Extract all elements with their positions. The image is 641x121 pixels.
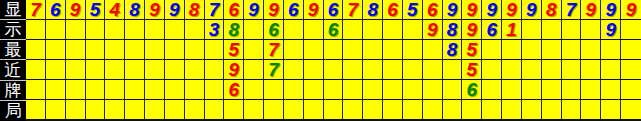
title-char: 最 — [0, 40, 26, 60]
result-cell-r2c23: 9 — [462, 20, 482, 40]
empty-cell — [324, 100, 344, 120]
empty-cell — [403, 20, 423, 40]
result-cell-r1c7: 9 — [145, 0, 165, 20]
empty-cell — [185, 20, 205, 40]
result-cell-r1c6: 8 — [125, 0, 145, 20]
result-cell-r1c23: 9 — [462, 0, 482, 20]
title-char: 显 — [0, 0, 26, 20]
empty-cell — [125, 40, 145, 60]
empty-cell — [324, 80, 344, 100]
empty-cell — [581, 40, 601, 60]
title-char: 示 — [0, 20, 26, 40]
result-cell-r1c26: 9 — [522, 0, 542, 20]
empty-cell — [383, 20, 403, 40]
empty-cell — [621, 60, 641, 80]
empty-cell — [125, 100, 145, 120]
empty-cell — [542, 60, 562, 80]
result-cell-r2c11: 8 — [224, 20, 244, 40]
empty-cell — [423, 80, 443, 100]
empty-cell — [165, 80, 185, 100]
empty-cell — [46, 100, 66, 120]
empty-cell — [304, 60, 324, 80]
result-cell-r4c13: 7 — [264, 60, 284, 80]
empty-cell — [383, 60, 403, 80]
empty-cell — [363, 40, 383, 60]
empty-cell — [105, 40, 125, 60]
empty-cell — [284, 40, 304, 60]
empty-cell — [482, 60, 502, 80]
empty-cell — [562, 40, 582, 60]
result-cell-r1c24: 9 — [482, 0, 502, 20]
empty-cell — [284, 20, 304, 40]
result-cell-r1c18: 8 — [363, 0, 383, 20]
empty-cell — [26, 80, 46, 100]
empty-cell — [304, 20, 324, 40]
result-cell-r1c22: 9 — [443, 0, 463, 20]
empty-cell — [562, 20, 582, 40]
empty-cell — [244, 60, 264, 80]
result-cell-r3c23: 5 — [462, 40, 482, 60]
empty-cell — [284, 100, 304, 120]
result-cell-r1c28: 7 — [562, 0, 582, 20]
empty-cell — [522, 40, 542, 60]
empty-cell — [502, 100, 522, 120]
result-cell-r1c29: 9 — [581, 0, 601, 20]
result-cell-r1c13: 9 — [264, 0, 284, 20]
empty-cell — [462, 100, 482, 120]
result-cell-r1c17: 7 — [343, 0, 363, 20]
result-cell-r3c13: 7 — [264, 40, 284, 60]
empty-cell — [185, 80, 205, 100]
empty-cell — [542, 100, 562, 120]
empty-cell — [343, 60, 363, 80]
empty-cell — [581, 80, 601, 100]
result-cell-r1c20: 5 — [403, 0, 423, 20]
result-cell-r1c8: 9 — [165, 0, 185, 20]
result-cell-r1c14: 6 — [284, 0, 304, 20]
empty-cell — [304, 100, 324, 120]
empty-cell — [621, 100, 641, 120]
empty-cell — [86, 40, 106, 60]
empty-cell — [403, 80, 423, 100]
title-char: 近 — [0, 60, 26, 80]
empty-cell — [423, 60, 443, 80]
result-cell-r1c1: 7 — [26, 0, 46, 20]
result-cell-r2c24: 6 — [482, 20, 502, 40]
result-cell-r2c30: 9 — [601, 20, 621, 40]
empty-cell — [66, 60, 86, 80]
empty-cell — [324, 60, 344, 80]
result-cell-r1c2: 6 — [46, 0, 66, 20]
empty-cell — [165, 100, 185, 120]
result-cell-r1c16: 6 — [324, 0, 344, 20]
empty-cell — [304, 80, 324, 100]
empty-cell — [165, 20, 185, 40]
empty-cell — [165, 60, 185, 80]
empty-cell — [105, 100, 125, 120]
empty-cell — [363, 80, 383, 100]
empty-cell — [403, 60, 423, 80]
empty-cell — [205, 80, 225, 100]
title-char: 牌 — [0, 81, 26, 101]
empty-cell — [343, 40, 363, 60]
empty-cell — [105, 80, 125, 100]
empty-cell — [145, 80, 165, 100]
empty-cell — [145, 100, 165, 120]
result-cell-r2c22: 8 — [443, 20, 463, 40]
empty-cell — [46, 60, 66, 80]
empty-cell — [264, 100, 284, 120]
empty-cell — [502, 60, 522, 80]
empty-cell — [105, 20, 125, 40]
empty-cell — [205, 60, 225, 80]
empty-cell — [542, 20, 562, 40]
empty-cell — [304, 40, 324, 60]
empty-cell — [284, 60, 304, 80]
empty-cell — [264, 80, 284, 100]
empty-cell — [66, 80, 86, 100]
empty-cell — [66, 100, 86, 120]
empty-cell — [165, 40, 185, 60]
empty-cell — [621, 80, 641, 100]
empty-cell — [363, 100, 383, 120]
empty-cell — [145, 60, 165, 80]
empty-cell — [383, 80, 403, 100]
result-cell-r1c15: 9 — [304, 0, 324, 20]
empty-cell — [621, 20, 641, 40]
empty-cell — [26, 20, 46, 40]
result-cell-r1c9: 8 — [185, 0, 205, 20]
empty-cell — [482, 100, 502, 120]
empty-cell — [145, 20, 165, 40]
empty-cell — [86, 20, 106, 40]
empty-cell — [581, 100, 601, 120]
result-cell-r1c11: 6 — [224, 0, 244, 20]
empty-cell — [423, 40, 443, 60]
empty-cell — [145, 40, 165, 60]
empty-cell — [185, 40, 205, 60]
empty-cell — [125, 60, 145, 80]
empty-cell — [284, 80, 304, 100]
empty-cell — [46, 40, 66, 60]
result-cell-r1c21: 6 — [423, 0, 443, 20]
result-cell-r4c11: 9 — [224, 60, 244, 80]
empty-cell — [601, 80, 621, 100]
empty-cell — [443, 60, 463, 80]
empty-cell — [621, 40, 641, 60]
empty-cell — [343, 100, 363, 120]
empty-cell — [403, 40, 423, 60]
empty-cell — [562, 100, 582, 120]
empty-cell — [224, 100, 244, 120]
result-cell-r3c22: 8 — [443, 40, 463, 60]
result-cell-r2c25: 1 — [502, 20, 522, 40]
empty-cell — [66, 20, 86, 40]
empty-cell — [46, 80, 66, 100]
result-cell-r1c12: 9 — [244, 0, 264, 20]
empty-cell — [86, 60, 106, 80]
result-cell-r1c10: 7 — [205, 0, 225, 20]
empty-cell — [581, 60, 601, 80]
result-cell-r1c4: 5 — [86, 0, 106, 20]
empty-cell — [502, 40, 522, 60]
empty-cell — [542, 80, 562, 100]
empty-cell — [66, 40, 86, 60]
result-cell-r5c23: 6 — [462, 80, 482, 100]
empty-cell — [601, 40, 621, 60]
empty-cell — [383, 100, 403, 120]
empty-cell — [562, 60, 582, 80]
recent-results-board: 显示最近牌局 769548998769969678656999998799938… — [0, 0, 641, 121]
result-cell-r1c27: 8 — [542, 0, 562, 20]
empty-cell — [502, 80, 522, 100]
empty-cell — [443, 100, 463, 120]
empty-cell — [86, 100, 106, 120]
result-cell-r2c16: 6 — [324, 20, 344, 40]
result-cell-r1c19: 6 — [383, 0, 403, 20]
empty-cell — [522, 60, 542, 80]
board-title-vertical-label: 显示最近牌局 — [0, 0, 26, 121]
empty-cell — [26, 60, 46, 80]
empty-cell — [244, 80, 264, 100]
empty-cell — [423, 100, 443, 120]
empty-cell — [443, 80, 463, 100]
result-cell-r1c5: 4 — [105, 0, 125, 20]
empty-cell — [205, 100, 225, 120]
empty-cell — [581, 20, 601, 40]
result-cell-r2c21: 9 — [423, 20, 443, 40]
empty-cell — [244, 20, 264, 40]
title-char: 局 — [0, 101, 26, 121]
result-cell-r4c23: 5 — [462, 60, 482, 80]
empty-cell — [185, 100, 205, 120]
empty-cell — [185, 60, 205, 80]
empty-cell — [601, 100, 621, 120]
empty-cell — [363, 20, 383, 40]
empty-cell — [343, 80, 363, 100]
empty-cell — [46, 20, 66, 40]
result-cell-r5c11: 6 — [224, 80, 244, 100]
empty-cell — [125, 20, 145, 40]
empty-cell — [482, 40, 502, 60]
empty-cell — [86, 80, 106, 100]
result-cell-r2c10: 3 — [205, 20, 225, 40]
empty-cell — [363, 60, 383, 80]
empty-cell — [324, 40, 344, 60]
result-cell-r1c3: 9 — [66, 0, 86, 20]
result-cell-r1c25: 9 — [502, 0, 522, 20]
empty-cell — [542, 40, 562, 60]
empty-cell — [403, 100, 423, 120]
result-cell-r1c31: 9 — [621, 0, 641, 20]
empty-cell — [125, 80, 145, 100]
empty-cell — [343, 20, 363, 40]
results-grid: 7695489987699696786569999987999386698961… — [26, 0, 641, 121]
empty-cell — [205, 40, 225, 60]
empty-cell — [522, 20, 542, 40]
result-cell-r2c13: 6 — [264, 20, 284, 40]
empty-cell — [522, 100, 542, 120]
empty-cell — [601, 60, 621, 80]
empty-cell — [522, 80, 542, 100]
empty-cell — [562, 80, 582, 100]
empty-cell — [26, 40, 46, 60]
empty-cell — [244, 100, 264, 120]
result-cell-r1c30: 9 — [601, 0, 621, 20]
result-cell-r3c11: 5 — [224, 40, 244, 60]
empty-cell — [26, 100, 46, 120]
empty-cell — [244, 40, 264, 60]
empty-cell — [105, 60, 125, 80]
empty-cell — [383, 40, 403, 60]
empty-cell — [482, 80, 502, 100]
